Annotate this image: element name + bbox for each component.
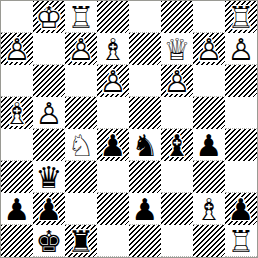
square-f6[interactable]: ♟♙ <box>161 65 193 97</box>
square-g6[interactable] <box>193 65 225 97</box>
white-piece-outline-layer: ♗ <box>97 33 129 65</box>
white-piece-outline-layer: ♖ <box>65 1 97 33</box>
square-c4[interactable]: ♞♘ <box>65 129 97 161</box>
square-d3[interactable] <box>97 161 129 193</box>
square-h2[interactable]: ♟ <box>225 193 257 225</box>
piece-bB-f4: ♝ <box>161 129 193 161</box>
square-b3[interactable]: ♛ <box>33 161 65 193</box>
square-d1[interactable] <box>97 225 129 257</box>
square-f1[interactable] <box>161 225 193 257</box>
piece-wP-c7: ♟♙ <box>65 33 97 65</box>
white-piece-outline-layer: ♙ <box>97 65 129 97</box>
square-c5[interactable] <box>65 97 97 129</box>
square-d6[interactable]: ♟♙ <box>97 65 129 97</box>
square-h8[interactable]: ♜♖ <box>225 1 257 33</box>
square-f8[interactable] <box>161 1 193 33</box>
white-piece-outline-layer: ♙ <box>65 33 97 65</box>
square-b8[interactable]: ♚♔ <box>33 1 65 33</box>
black-piece-glyph: ♞ <box>129 129 161 161</box>
piece-bP-h2: ♟ <box>225 193 257 225</box>
piece-wP-b5: ♟♙ <box>33 97 65 129</box>
square-h5[interactable] <box>225 97 257 129</box>
square-e6[interactable] <box>129 65 161 97</box>
square-e7[interactable] <box>129 33 161 65</box>
piece-bP-e2: ♟ <box>129 193 161 225</box>
piece-bQ-b3: ♛ <box>33 161 65 193</box>
square-d2[interactable] <box>97 193 129 225</box>
square-c3[interactable] <box>65 161 97 193</box>
piece-wR-h8: ♜♖ <box>225 1 257 33</box>
square-e5[interactable] <box>129 97 161 129</box>
black-piece-glyph: ♟ <box>1 193 33 225</box>
square-f7[interactable]: ♛♕ <box>161 33 193 65</box>
piece-wR-c8: ♜♖ <box>65 1 97 33</box>
square-a1[interactable] <box>1 225 33 257</box>
piece-bN-e4: ♞ <box>129 129 161 161</box>
square-g3[interactable] <box>193 161 225 193</box>
white-piece-outline-layer: ♙ <box>1 33 33 65</box>
white-piece-outline-layer: ♖ <box>225 225 257 257</box>
square-e2[interactable]: ♟ <box>129 193 161 225</box>
square-h7[interactable]: ♟♙ <box>225 33 257 65</box>
black-piece-glyph: ♟ <box>193 129 225 161</box>
square-h4[interactable] <box>225 129 257 161</box>
square-e4[interactable]: ♞ <box>129 129 161 161</box>
square-a4[interactable] <box>1 129 33 161</box>
black-piece-glyph: ♝ <box>161 129 193 161</box>
piece-wP-h7: ♟♙ <box>225 33 257 65</box>
square-c2[interactable] <box>65 193 97 225</box>
white-piece-outline-layer: ♗ <box>193 193 225 225</box>
piece-bP-b2: ♟ <box>33 193 65 225</box>
square-a6[interactable] <box>1 65 33 97</box>
piece-wR-h1: ♜♖ <box>225 225 257 257</box>
piece-wB-a5: ♝♗ <box>1 97 33 129</box>
white-piece-outline-layer: ♗ <box>1 97 33 129</box>
square-e1[interactable] <box>129 225 161 257</box>
piece-wP-g7: ♟♙ <box>193 33 225 65</box>
piece-bP-g4: ♟ <box>193 129 225 161</box>
piece-wB-g2: ♝♗ <box>193 193 225 225</box>
black-piece-glyph: ♟ <box>225 193 257 225</box>
white-piece-outline-layer: ♖ <box>225 1 257 33</box>
square-f3[interactable] <box>161 161 193 193</box>
black-piece-glyph: ♟ <box>97 129 129 161</box>
square-g1[interactable] <box>193 225 225 257</box>
square-h6[interactable] <box>225 65 257 97</box>
black-piece-glyph: ♛ <box>33 161 65 193</box>
square-a7[interactable]: ♟♙ <box>1 33 33 65</box>
piece-bP-a2: ♟ <box>1 193 33 225</box>
square-a3[interactable] <box>1 161 33 193</box>
piece-bK-b1: ♚ <box>33 225 65 257</box>
square-c7[interactable]: ♟♙ <box>65 33 97 65</box>
square-h1[interactable]: ♜♖ <box>225 225 257 257</box>
piece-bP-d4: ♟ <box>97 129 129 161</box>
black-piece-glyph: ♚ <box>33 225 65 257</box>
square-d8[interactable] <box>97 1 129 33</box>
piece-wK-b8: ♚♔ <box>33 1 65 33</box>
square-a2[interactable]: ♟ <box>1 193 33 225</box>
square-e3[interactable] <box>129 161 161 193</box>
square-g7[interactable]: ♟♙ <box>193 33 225 65</box>
piece-wN-c4: ♞♘ <box>65 129 97 161</box>
white-piece-outline-layer: ♙ <box>193 33 225 65</box>
chess-diagram: ♚♔♜♖♜♖♟♙♟♙♝♗♛♕♟♙♟♙♟♙♟♙♝♗♟♙♞♘♟♞♝♟♛♟♟♟♝♗♟♚… <box>0 0 258 258</box>
square-f5[interactable] <box>161 97 193 129</box>
square-h3[interactable] <box>225 161 257 193</box>
white-piece-outline-layer: ♙ <box>161 65 193 97</box>
square-c1[interactable]: ♜ <box>65 225 97 257</box>
square-g2[interactable]: ♝♗ <box>193 193 225 225</box>
white-piece-outline-layer: ♔ <box>33 1 65 33</box>
square-b2[interactable]: ♟ <box>33 193 65 225</box>
square-a8[interactable] <box>1 1 33 33</box>
white-piece-outline-layer: ♘ <box>65 129 97 161</box>
square-b1[interactable]: ♚ <box>33 225 65 257</box>
white-piece-outline-layer: ♙ <box>33 97 65 129</box>
square-e8[interactable] <box>129 1 161 33</box>
square-g4[interactable]: ♟ <box>193 129 225 161</box>
black-piece-glyph: ♟ <box>129 193 161 225</box>
piece-bR-c1: ♜ <box>65 225 97 257</box>
chess-board: ♚♔♜♖♜♖♟♙♟♙♝♗♛♕♟♙♟♙♟♙♟♙♝♗♟♙♞♘♟♞♝♟♛♟♟♟♝♗♟♚… <box>0 0 258 258</box>
square-d4[interactable]: ♟ <box>97 129 129 161</box>
piece-wQ-f7: ♛♕ <box>161 33 193 65</box>
black-piece-glyph: ♟ <box>33 193 65 225</box>
square-d5[interactable] <box>97 97 129 129</box>
square-c8[interactable]: ♜♖ <box>65 1 97 33</box>
square-f2[interactable] <box>161 193 193 225</box>
piece-wP-f6: ♟♙ <box>161 65 193 97</box>
square-g8[interactable] <box>193 1 225 33</box>
square-g5[interactable] <box>193 97 225 129</box>
square-b7[interactable] <box>33 33 65 65</box>
piece-wP-d6: ♟♙ <box>97 65 129 97</box>
white-piece-outline-layer: ♕ <box>161 33 193 65</box>
square-d7[interactable]: ♝♗ <box>97 33 129 65</box>
square-c6[interactable] <box>65 65 97 97</box>
piece-wP-a7: ♟♙ <box>1 33 33 65</box>
square-b4[interactable] <box>33 129 65 161</box>
black-piece-glyph: ♜ <box>65 225 97 257</box>
white-piece-outline-layer: ♙ <box>225 33 257 65</box>
square-f4[interactable]: ♝ <box>161 129 193 161</box>
square-b5[interactable]: ♟♙ <box>33 97 65 129</box>
square-b6[interactable] <box>33 65 65 97</box>
piece-wB-d7: ♝♗ <box>97 33 129 65</box>
square-a5[interactable]: ♝♗ <box>1 97 33 129</box>
